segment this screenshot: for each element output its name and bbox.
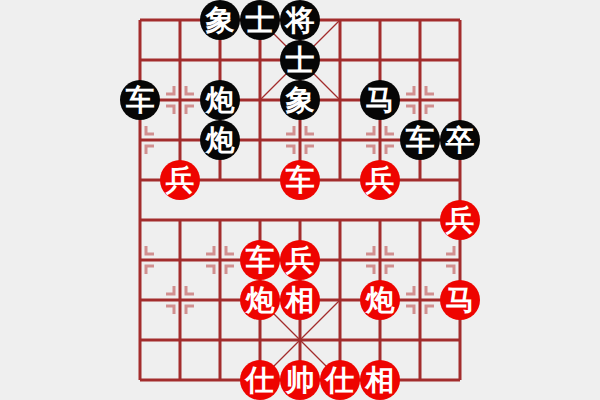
piece-red-chariot[interactable]: 车 <box>280 160 320 200</box>
pieces-grid: 象士将士车炮象马炮车卒兵车兵兵车兵炮相炮马仕帅仕相 <box>120 0 480 400</box>
piece-black-advisor[interactable]: 士 <box>280 40 320 80</box>
piece-red-horse[interactable]: 马 <box>440 280 480 320</box>
piece-red-chariot[interactable]: 车 <box>240 240 280 280</box>
piece-red-general[interactable]: 帅 <box>280 360 320 400</box>
piece-red-advisor[interactable]: 仕 <box>320 360 360 400</box>
piece-red-advisor[interactable]: 仕 <box>240 360 280 400</box>
xiangqi-board: 象士将士车炮象马炮车卒兵车兵兵车兵炮相炮马仕帅仕相 <box>0 0 600 400</box>
piece-red-cannon[interactable]: 炮 <box>240 280 280 320</box>
piece-black-advisor[interactable]: 士 <box>240 0 280 40</box>
piece-red-elephant[interactable]: 相 <box>280 280 320 320</box>
piece-black-horse[interactable]: 马 <box>360 80 400 120</box>
piece-red-soldier[interactable]: 兵 <box>160 160 200 200</box>
piece-red-soldier[interactable]: 兵 <box>440 200 480 240</box>
piece-black-chariot[interactable]: 车 <box>400 120 440 160</box>
piece-black-cannon[interactable]: 炮 <box>200 80 240 120</box>
piece-black-general[interactable]: 将 <box>280 0 320 40</box>
piece-red-cannon[interactable]: 炮 <box>360 280 400 320</box>
piece-red-elephant[interactable]: 相 <box>360 360 400 400</box>
piece-black-soldier[interactable]: 卒 <box>440 120 480 160</box>
piece-black-elephant[interactable]: 象 <box>280 80 320 120</box>
piece-red-soldier[interactable]: 兵 <box>360 160 400 200</box>
piece-black-elephant[interactable]: 象 <box>200 0 240 40</box>
piece-black-cannon[interactable]: 炮 <box>200 120 240 160</box>
piece-red-soldier[interactable]: 兵 <box>280 240 320 280</box>
piece-black-chariot[interactable]: 车 <box>120 80 160 120</box>
